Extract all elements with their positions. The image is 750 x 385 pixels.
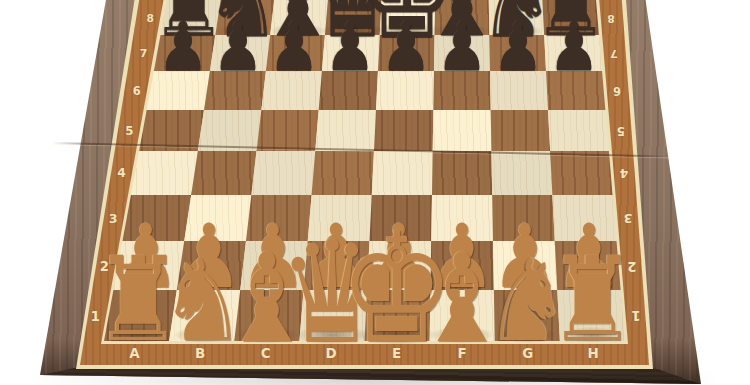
piece-white-rook-h1[interactable]: ♜ [547, 241, 636, 358]
piece-black-pawn-c7[interactable]: ♟ [269, 12, 321, 80]
piece-black-pawn-e7[interactable]: ♟ [380, 12, 432, 80]
piece-black-pawn-a7[interactable]: ♟ [157, 12, 209, 80]
rank-label-left-4: 4 [117, 166, 126, 180]
rank-label-left-7: 7 [140, 47, 148, 60]
piece-black-pawn-g7[interactable]: ♟ [492, 12, 544, 80]
rank-label-left-6: 6 [133, 84, 141, 98]
rank-label-right-3: 3 [624, 211, 633, 226]
rank-label-right-5: 5 [616, 124, 624, 138]
piece-black-pawn-d7[interactable]: ♟ [324, 12, 376, 80]
rank-label-right-7: 7 [610, 47, 618, 60]
rank-label-right-4: 4 [620, 166, 629, 180]
piece-black-pawn-b7[interactable]: ♟ [213, 12, 265, 80]
chess-board-photo: 8877665544332211ABCDEFGH ♜♞♝♛♚♝♞♜♟♟♟♟♟♟♟… [0, 0, 750, 385]
rank-label-right-6: 6 [613, 84, 621, 98]
piece-black-pawn-f7[interactable]: ♟ [436, 12, 488, 80]
rank-label-left-5: 5 [125, 124, 133, 138]
piece-black-pawn-h7[interactable]: ♟ [548, 12, 600, 80]
